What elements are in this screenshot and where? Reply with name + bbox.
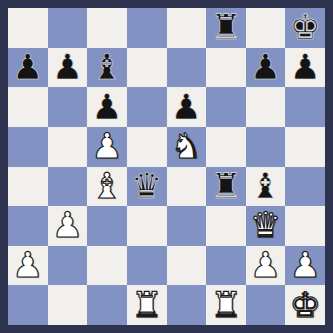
square-a8[interactable] xyxy=(8,8,48,48)
square-f7[interactable] xyxy=(206,48,246,88)
piece-black-rook: ♜ xyxy=(210,8,241,47)
square-d3[interactable] xyxy=(127,206,167,246)
piece-white-knight: ♞ xyxy=(171,127,202,166)
square-g2[interactable]: ♟ xyxy=(246,246,286,286)
piece-white-bishop: ♝ xyxy=(91,167,122,206)
square-g5[interactable] xyxy=(246,127,286,167)
square-g1[interactable] xyxy=(246,285,286,325)
piece-black-king: ♚ xyxy=(289,8,320,47)
square-a6[interactable] xyxy=(8,87,48,127)
square-f5[interactable] xyxy=(206,127,246,167)
piece-black-pawn: ♟ xyxy=(91,88,122,127)
square-h1[interactable]: ♚ xyxy=(285,285,325,325)
piece-white-queen: ♛ xyxy=(250,206,281,245)
piece-black-pawn: ♟ xyxy=(52,48,83,87)
square-f1[interactable]: ♜ xyxy=(206,285,246,325)
chess-board: ♜♚♟♟♝♟♟♟♟♟♞♝♛♜♝♟♛♟♟♟♜♜♚ xyxy=(8,8,325,325)
square-g3[interactable]: ♛ xyxy=(246,206,286,246)
piece-black-bishop: ♝ xyxy=(91,48,122,87)
piece-white-pawn: ♟ xyxy=(91,127,122,166)
square-g6[interactable] xyxy=(246,87,286,127)
square-d6[interactable] xyxy=(127,87,167,127)
square-e1[interactable] xyxy=(167,285,207,325)
square-h5[interactable] xyxy=(285,127,325,167)
square-d7[interactable] xyxy=(127,48,167,88)
piece-black-bishop: ♝ xyxy=(250,167,281,206)
square-e5[interactable]: ♞ xyxy=(167,127,207,167)
piece-white-pawn: ♟ xyxy=(250,246,281,285)
piece-black-pawn: ♟ xyxy=(289,48,320,87)
board-frame: ♜♚♟♟♝♟♟♟♟♟♞♝♛♜♝♟♛♟♟♟♜♜♚ xyxy=(0,0,333,333)
square-e4[interactable] xyxy=(167,167,207,207)
square-f6[interactable] xyxy=(206,87,246,127)
square-c4[interactable]: ♝ xyxy=(87,167,127,207)
piece-white-rook: ♜ xyxy=(131,286,162,325)
square-d1[interactable]: ♜ xyxy=(127,285,167,325)
square-f8[interactable]: ♜ xyxy=(206,8,246,48)
square-a1[interactable] xyxy=(8,285,48,325)
square-f2[interactable] xyxy=(206,246,246,286)
square-d8[interactable] xyxy=(127,8,167,48)
square-e6[interactable]: ♟ xyxy=(167,87,207,127)
piece-white-pawn: ♟ xyxy=(12,246,43,285)
square-a4[interactable] xyxy=(8,167,48,207)
piece-white-pawn: ♟ xyxy=(289,246,320,285)
square-d2[interactable] xyxy=(127,246,167,286)
square-g4[interactable]: ♝ xyxy=(246,167,286,207)
square-b2[interactable] xyxy=(48,246,88,286)
square-c5[interactable]: ♟ xyxy=(87,127,127,167)
square-f3[interactable] xyxy=(206,206,246,246)
square-e7[interactable] xyxy=(167,48,207,88)
piece-black-pawn: ♟ xyxy=(250,48,281,87)
square-b4[interactable] xyxy=(48,167,88,207)
piece-white-king: ♚ xyxy=(289,286,320,325)
piece-white-pawn: ♟ xyxy=(52,206,83,245)
square-d5[interactable] xyxy=(127,127,167,167)
square-c6[interactable]: ♟ xyxy=(87,87,127,127)
square-a5[interactable] xyxy=(8,127,48,167)
square-a7[interactable]: ♟ xyxy=(8,48,48,88)
square-c7[interactable]: ♝ xyxy=(87,48,127,88)
piece-black-queen: ♛ xyxy=(131,167,162,206)
square-b5[interactable] xyxy=(48,127,88,167)
square-c1[interactable] xyxy=(87,285,127,325)
square-b1[interactable] xyxy=(48,285,88,325)
square-e8[interactable] xyxy=(167,8,207,48)
square-e3[interactable] xyxy=(167,206,207,246)
square-c8[interactable] xyxy=(87,8,127,48)
square-a3[interactable] xyxy=(8,206,48,246)
piece-black-rook: ♜ xyxy=(210,167,241,206)
square-h4[interactable] xyxy=(285,167,325,207)
square-d4[interactable]: ♛ xyxy=(127,167,167,207)
square-f4[interactable]: ♜ xyxy=(206,167,246,207)
piece-black-pawn: ♟ xyxy=(12,48,43,87)
square-a2[interactable]: ♟ xyxy=(8,246,48,286)
square-g7[interactable]: ♟ xyxy=(246,48,286,88)
square-b6[interactable] xyxy=(48,87,88,127)
piece-black-pawn: ♟ xyxy=(171,88,202,127)
square-b3[interactable]: ♟ xyxy=(48,206,88,246)
square-h8[interactable]: ♚ xyxy=(285,8,325,48)
square-g8[interactable] xyxy=(246,8,286,48)
square-h6[interactable] xyxy=(285,87,325,127)
piece-white-rook: ♜ xyxy=(210,286,241,325)
square-c2[interactable] xyxy=(87,246,127,286)
square-e2[interactable] xyxy=(167,246,207,286)
square-b7[interactable]: ♟ xyxy=(48,48,88,88)
square-h2[interactable]: ♟ xyxy=(285,246,325,286)
square-b8[interactable] xyxy=(48,8,88,48)
square-h7[interactable]: ♟ xyxy=(285,48,325,88)
square-c3[interactable] xyxy=(87,206,127,246)
square-h3[interactable] xyxy=(285,206,325,246)
